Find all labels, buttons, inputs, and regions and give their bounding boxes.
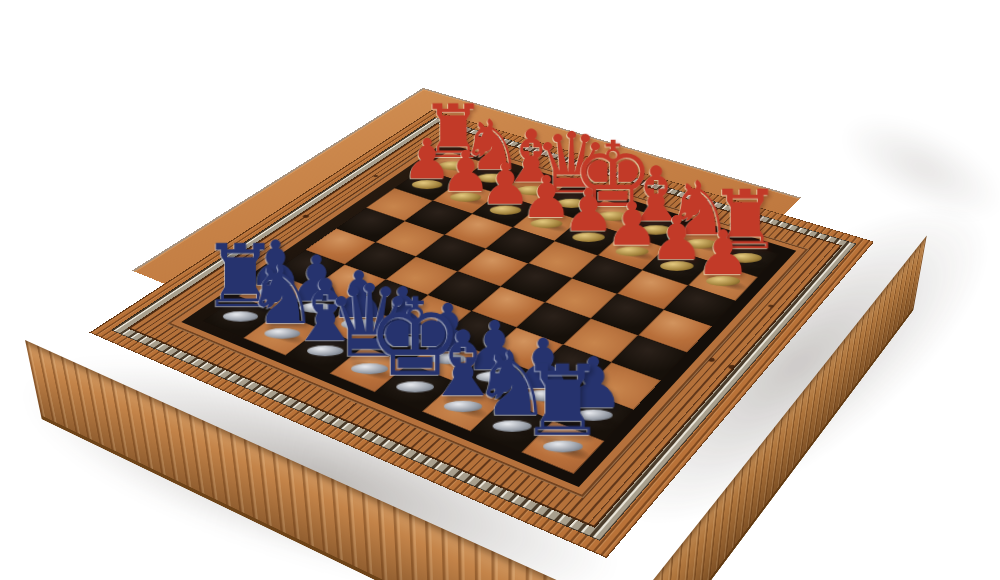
scene: ♜♞♝♛♚♝♞♜♟♟♟♟♟♟♟♟♟♟♟♟♟♟♟♟♜♞♝♛♚♝♞♜	[0, 0, 1000, 580]
square-e5[interactable]	[501, 263, 572, 302]
square-h1[interactable]: ♜	[521, 421, 604, 474]
square-h6[interactable]	[664, 285, 736, 326]
case-top-rim: ♜♞♝♛♚♝♞♜♟♟♟♟♟♟♟♟♟♟♟♟♟♟♟♟♜♞♝♛♚♝♞♜	[25, 89, 927, 580]
piece-blue-rook[interactable]: ♜	[507, 357, 619, 447]
square-h5[interactable]	[638, 310, 712, 353]
chess-board: ♜♞♝♛♚♝♞♜♟♟♟♟♟♟♟♟♟♟♟♟♟♟♟♟♜♞♝♛♚♝♞♜	[202, 151, 775, 472]
border-pinstripe-gap: ♜♞♝♛♚♝♞♜♟♟♟♟♟♟♟♟♟♟♟♟♟♟♟♟♜♞♝♛♚♝♞♜	[166, 137, 809, 498]
piece-red-pawn[interactable]: ♟	[675, 224, 771, 281]
board-frame: ♜♞♝♛♚♝♞♜♟♟♟♟♟♟♟♟♟♟♟♟♟♟♟♟♜♞♝♛♚♝♞♜	[181, 142, 796, 487]
photo-backdrop: ♜♞♝♛♚♝♞♜♟♟♟♟♟♟♟♟♟♟♟♟♟♟♟♟♜♞♝♛♚♝♞♜	[0, 0, 1000, 580]
chess-case: ♜♞♝♛♚♝♞♜♟♟♟♟♟♟♟♟♟♟♟♟♟♟♟♟♜♞♝♛♚♝♞♜	[25, 89, 927, 580]
